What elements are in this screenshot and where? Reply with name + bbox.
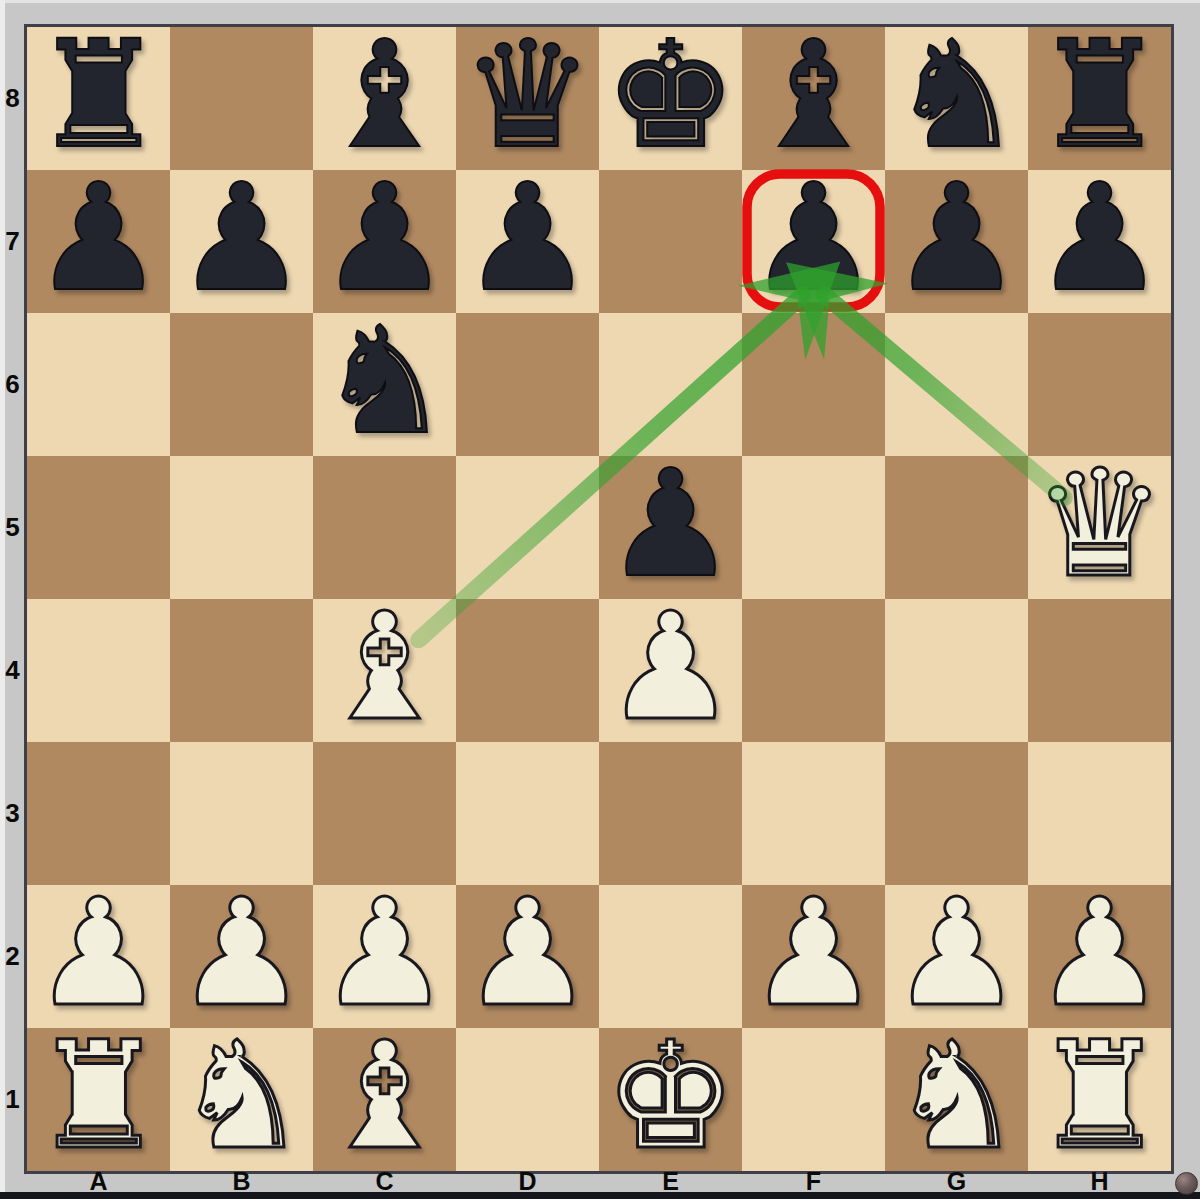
black-pawn-e5[interactable]: ♟ <box>604 453 737 596</box>
square-g2[interactable]: ♟ <box>885 885 1028 1028</box>
square-a1[interactable]: ♜ <box>27 1028 170 1171</box>
black-queen-d8[interactable]: ♛ <box>461 24 594 167</box>
black-knight-c6[interactable]: ♞ <box>318 310 451 453</box>
square-h6[interactable] <box>1028 313 1171 456</box>
rank-label-2: 2 <box>0 885 25 1028</box>
square-d5[interactable] <box>456 456 599 599</box>
square-d3[interactable] <box>456 742 599 885</box>
black-rook-a8[interactable]: ♜ <box>32 24 165 167</box>
square-h3[interactable] <box>1028 742 1171 885</box>
square-d2[interactable]: ♟ <box>456 885 599 1028</box>
square-h1[interactable]: ♜ <box>1028 1028 1171 1171</box>
square-a8[interactable]: ♜ <box>27 27 170 170</box>
square-f4[interactable] <box>742 599 885 742</box>
square-e6[interactable] <box>599 313 742 456</box>
square-b8[interactable] <box>170 27 313 170</box>
black-pawn-b7[interactable]: ♟ <box>175 167 308 310</box>
square-e8[interactable]: ♚ <box>599 27 742 170</box>
square-f7[interactable]: ♟ <box>742 170 885 313</box>
rank-label-6: 6 <box>0 313 25 456</box>
black-pawn-h7[interactable]: ♟ <box>1033 167 1166 310</box>
square-f1[interactable] <box>742 1028 885 1171</box>
white-pawn-a2[interactable]: ♟ <box>32 882 165 1025</box>
square-h8[interactable]: ♜ <box>1028 27 1171 170</box>
square-g1[interactable]: ♞ <box>885 1028 1028 1171</box>
rank-label-1: 1 <box>0 1028 25 1171</box>
white-bishop-c4[interactable]: ♝ <box>318 596 451 739</box>
square-d4[interactable] <box>456 599 599 742</box>
white-knight-b1[interactable]: ♞ <box>175 1025 308 1168</box>
white-pawn-c2[interactable]: ♟ <box>318 882 451 1025</box>
square-h5[interactable]: ♛ <box>1028 456 1171 599</box>
rank-label-3: 3 <box>0 742 25 885</box>
file-label-b: B <box>170 1171 313 1192</box>
square-c8[interactable]: ♝ <box>313 27 456 170</box>
file-label-g: G <box>885 1171 1028 1192</box>
square-f6[interactable] <box>742 313 885 456</box>
square-g7[interactable]: ♟ <box>885 170 1028 313</box>
rank-label-4: 4 <box>0 599 25 742</box>
white-pawn-d2[interactable]: ♟ <box>461 882 594 1025</box>
rank-label-7: 7 <box>0 170 25 313</box>
square-a5[interactable] <box>27 456 170 599</box>
square-e3[interactable] <box>599 742 742 885</box>
square-f8[interactable]: ♝ <box>742 27 885 170</box>
square-h4[interactable] <box>1028 599 1171 742</box>
chess-app-window: { "game": "chess", "position": { "fen": … <box>0 0 1200 1199</box>
square-d7[interactable]: ♟ <box>456 170 599 313</box>
file-label-f: F <box>742 1171 885 1192</box>
square-e5[interactable]: ♟ <box>599 456 742 599</box>
side-to-move-indicator <box>1175 1172 1198 1195</box>
square-e2[interactable] <box>599 885 742 1028</box>
square-b2[interactable]: ♟ <box>170 885 313 1028</box>
black-pawn-g7[interactable]: ♟ <box>890 167 1023 310</box>
black-pawn-c7[interactable]: ♟ <box>318 167 451 310</box>
square-e7[interactable] <box>599 170 742 313</box>
white-bishop-c1[interactable]: ♝ <box>318 1025 451 1168</box>
square-c4[interactable]: ♝ <box>313 599 456 742</box>
white-rook-h1[interactable]: ♜ <box>1033 1025 1166 1168</box>
frame-bevel-top <box>0 0 1200 3</box>
square-c3[interactable] <box>313 742 456 885</box>
white-queen-h5[interactable]: ♛ <box>1033 453 1166 596</box>
square-a4[interactable] <box>27 599 170 742</box>
square-c5[interactable] <box>313 456 456 599</box>
white-pawn-h2[interactable]: ♟ <box>1033 882 1166 1025</box>
white-king-e1[interactable]: ♚ <box>604 1025 737 1168</box>
square-e1[interactable]: ♚ <box>599 1028 742 1171</box>
white-pawn-g2[interactable]: ♟ <box>890 882 1023 1025</box>
square-a6[interactable] <box>27 313 170 456</box>
rank-label-8: 8 <box>0 27 25 170</box>
white-pawn-e4[interactable]: ♟ <box>604 596 737 739</box>
black-bishop-f8[interactable]: ♝ <box>747 24 880 167</box>
black-pawn-d7[interactable]: ♟ <box>461 167 594 310</box>
square-h2[interactable]: ♟ <box>1028 885 1171 1028</box>
file-label-e: E <box>599 1171 742 1192</box>
square-a3[interactable] <box>27 742 170 885</box>
black-pawn-f7[interactable]: ♟ <box>747 167 880 310</box>
square-e4[interactable]: ♟ <box>599 599 742 742</box>
file-label-h: H <box>1028 1171 1171 1192</box>
square-f5[interactable] <box>742 456 885 599</box>
black-pawn-a7[interactable]: ♟ <box>32 167 165 310</box>
square-c1[interactable]: ♝ <box>313 1028 456 1171</box>
black-bishop-c8[interactable]: ♝ <box>318 24 451 167</box>
square-g6[interactable] <box>885 313 1028 456</box>
white-pawn-f2[interactable]: ♟ <box>747 882 880 1025</box>
square-f2[interactable]: ♟ <box>742 885 885 1028</box>
chess-board[interactable]: ♜♝♛♚♝♞♜♟♟♟♟♟♟♟♞♟♛♝♟♟♟♟♟♟♟♟♜♞♝♚♞♜ <box>24 24 1174 1174</box>
black-rook-h8[interactable]: ♜ <box>1033 24 1166 167</box>
square-a7[interactable]: ♟ <box>27 170 170 313</box>
square-g3[interactable] <box>885 742 1028 885</box>
square-c7[interactable]: ♟ <box>313 170 456 313</box>
square-b4[interactable] <box>170 599 313 742</box>
rank-label-5: 5 <box>0 456 25 599</box>
square-b6[interactable] <box>170 313 313 456</box>
white-pawn-b2[interactable]: ♟ <box>175 882 308 1025</box>
square-b1[interactable]: ♞ <box>170 1028 313 1171</box>
square-d1[interactable] <box>456 1028 599 1171</box>
square-c2[interactable]: ♟ <box>313 885 456 1028</box>
square-g5[interactable] <box>885 456 1028 599</box>
file-label-c: C <box>313 1171 456 1192</box>
square-g8[interactable]: ♞ <box>885 27 1028 170</box>
square-a2[interactable]: ♟ <box>27 885 170 1028</box>
white-rook-a1[interactable]: ♜ <box>32 1025 165 1168</box>
square-c6[interactable]: ♞ <box>313 313 456 456</box>
square-h7[interactable]: ♟ <box>1028 170 1171 313</box>
white-knight-g1[interactable]: ♞ <box>890 1025 1023 1168</box>
file-label-d: D <box>456 1171 599 1192</box>
black-knight-g8[interactable]: ♞ <box>890 24 1023 167</box>
window-edge-strip <box>0 1192 1200 1199</box>
square-g4[interactable] <box>885 599 1028 742</box>
file-label-a: A <box>27 1171 170 1192</box>
square-b5[interactable] <box>170 456 313 599</box>
square-f3[interactable] <box>742 742 885 885</box>
square-b7[interactable]: ♟ <box>170 170 313 313</box>
black-king-e8[interactable]: ♚ <box>604 24 737 167</box>
square-b3[interactable] <box>170 742 313 885</box>
square-d8[interactable]: ♛ <box>456 27 599 170</box>
square-d6[interactable] <box>456 313 599 456</box>
